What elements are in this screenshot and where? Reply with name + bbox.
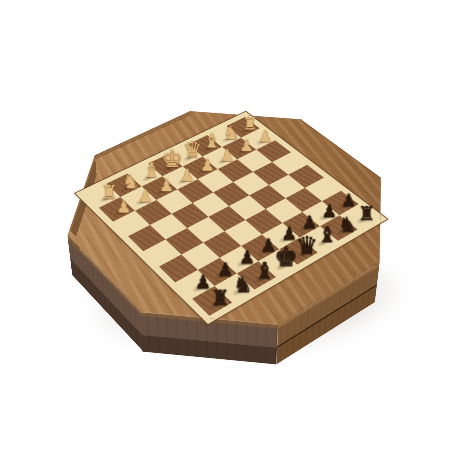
white-pawn-h2[interactable]: ♟	[110, 199, 136, 216]
black-rook-h8[interactable]: ♜	[206, 287, 235, 308]
photo-canvas: ♜♞♝♚♛♝♞♜♟♟♟♟♟♟♟♟♟♟♟♟♟♟♟♟♜♞♝♚♛♝♞♜	[0, 0, 450, 450]
scene: ♜♞♝♚♛♝♞♜♟♟♟♟♟♟♟♟♟♟♟♟♟♟♟♟♜♞♝♚♛♝♞♜	[0, 0, 450, 450]
